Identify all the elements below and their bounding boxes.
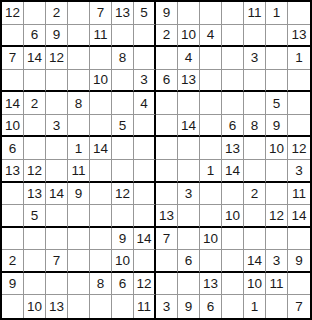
cell-r10c7[interactable] [134,205,156,228]
cell-r3c8[interactable] [156,47,178,70]
cell-r11c3[interactable] [46,228,68,251]
cell-r13c14[interactable] [288,273,310,296]
cell-r6c1[interactable]: 10 [2,115,24,138]
cell-r3c6[interactable]: 8 [112,47,134,70]
cell-r3c2[interactable]: 14 [24,47,46,70]
cell-r2c10[interactable]: 4 [200,25,222,48]
cell-r6c11[interactable]: 6 [222,115,244,138]
cell-r9c10[interactable] [200,183,222,206]
cell-r12c4[interactable] [68,250,90,273]
cell-r14c2[interactable]: 10 [24,295,46,318]
cell-r4c14[interactable] [288,70,310,93]
cell-r8c6[interactable] [112,160,134,183]
cell-r11c5[interactable] [90,228,112,251]
cell-r6c12[interactable]: 8 [244,115,266,138]
cell-r13c5[interactable]: 8 [90,273,112,296]
cell-r2c3[interactable]: 9 [46,25,68,48]
cell-r13c12[interactable]: 10 [244,273,266,296]
cell-r12c1[interactable]: 2 [2,250,24,273]
cell-r5c10[interactable] [200,92,222,115]
cell-r11c9[interactable] [178,228,200,251]
cell-r6c8[interactable] [156,115,178,138]
cell-r14c7[interactable]: 11 [134,295,156,318]
cell-r7c13[interactable]: 10 [266,137,288,160]
cell-r13c10[interactable]: 13 [200,273,222,296]
cell-r1c13[interactable]: 1 [266,2,288,25]
cell-r11c13[interactable] [266,228,288,251]
cell-r1c10[interactable] [200,2,222,25]
cell-r2c4[interactable] [68,25,90,48]
cell-r5c12[interactable] [244,92,266,115]
cell-r9c7[interactable] [134,183,156,206]
cell-r13c2[interactable] [24,273,46,296]
cell-r12c9[interactable]: 6 [178,250,200,273]
sudoku-board: 1227135911169112104137141284311036131428… [0,0,312,320]
cell-r6c13[interactable]: 9 [266,115,288,138]
cell-r10c2[interactable]: 5 [24,205,46,228]
cell-r5c2[interactable]: 2 [24,92,46,115]
cell-r3c11[interactable] [222,47,244,70]
cell-r1c6[interactable]: 13 [112,2,134,25]
cell-r7c2[interactable] [24,137,46,160]
cell-r2c2[interactable]: 6 [24,25,46,48]
cell-r2c11[interactable] [222,25,244,48]
cell-r4c10[interactable] [200,70,222,93]
cell-r3c5[interactable] [90,47,112,70]
cell-r2c12[interactable] [244,25,266,48]
cell-r6c10[interactable] [200,115,222,138]
cell-r14c5[interactable] [90,295,112,318]
cell-r6c3[interactable]: 3 [46,115,68,138]
cell-r6c5[interactable] [90,115,112,138]
cell-r14c11[interactable] [222,295,244,318]
cell-r12c2[interactable] [24,250,46,273]
cell-r1c11[interactable] [222,2,244,25]
cell-r14c10[interactable]: 6 [200,295,222,318]
cell-r4c7[interactable]: 3 [134,70,156,93]
cell-r7c3[interactable] [46,137,68,160]
cell-r10c6[interactable] [112,205,134,228]
cell-r7c9[interactable] [178,137,200,160]
cell-r2c9[interactable]: 10 [178,25,200,48]
cell-r13c1[interactable]: 9 [2,273,24,296]
cell-r3c9[interactable]: 4 [178,47,200,70]
cell-r7c5[interactable]: 14 [90,137,112,160]
cell-r11c2[interactable] [24,228,46,251]
cell-r8c1[interactable]: 13 [2,160,24,183]
cell-r6c2[interactable] [24,115,46,138]
cell-r7c6[interactable] [112,137,134,160]
cell-r10c9[interactable] [178,205,200,228]
cell-r8c11[interactable]: 14 [222,160,244,183]
cell-r7c14[interactable]: 12 [288,137,310,160]
cell-r1c9[interactable] [178,2,200,25]
cell-r4c8[interactable]: 6 [156,70,178,93]
cell-r4c9[interactable]: 13 [178,70,200,93]
cell-r4c5[interactable]: 10 [90,70,112,93]
cell-r11c11[interactable] [222,228,244,251]
cell-r9c12[interactable]: 2 [244,183,266,206]
cell-r14c8[interactable]: 3 [156,295,178,318]
cell-r12c12[interactable]: 14 [244,250,266,273]
cell-r5c8[interactable] [156,92,178,115]
cell-r5c4[interactable]: 8 [68,92,90,115]
cell-r14c14[interactable]: 7 [288,295,310,318]
cell-r10c5[interactable] [90,205,112,228]
cell-r8c10[interactable]: 1 [200,160,222,183]
cell-r9c4[interactable]: 9 [68,183,90,206]
cell-r6c7[interactable] [134,115,156,138]
cell-r2c8[interactable]: 2 [156,25,178,48]
cell-r2c1[interactable] [2,25,24,48]
cell-r11c7[interactable]: 14 [134,228,156,251]
cell-r8c13[interactable] [266,160,288,183]
cell-r3c7[interactable] [134,47,156,70]
cell-r8c3[interactable] [46,160,68,183]
cell-r6c4[interactable] [68,115,90,138]
cell-r14c3[interactable]: 13 [46,295,68,318]
cell-r1c12[interactable]: 11 [244,2,266,25]
cell-r3c13[interactable] [266,47,288,70]
cell-r4c3[interactable] [46,70,68,93]
cell-r2c14[interactable]: 13 [288,25,310,48]
cell-r4c6[interactable] [112,70,134,93]
cell-r14c13[interactable] [266,295,288,318]
cell-r12c8[interactable] [156,250,178,273]
cell-r4c1[interactable] [2,70,24,93]
cell-r5c7[interactable]: 4 [134,92,156,115]
cell-r1c7[interactable]: 5 [134,2,156,25]
cell-r8c14[interactable]: 3 [288,160,310,183]
cell-r5c5[interactable] [90,92,112,115]
cell-r14c1[interactable] [2,295,24,318]
cell-r6c9[interactable]: 14 [178,115,200,138]
cell-r13c8[interactable] [156,273,178,296]
cell-r12c6[interactable]: 10 [112,250,134,273]
cell-r12c10[interactable] [200,250,222,273]
cell-r2c6[interactable] [112,25,134,48]
cell-r10c3[interactable] [46,205,68,228]
cell-r12c13[interactable]: 3 [266,250,288,273]
cell-r9c13[interactable] [266,183,288,206]
cell-r7c11[interactable]: 13 [222,137,244,160]
cell-r14c9[interactable]: 9 [178,295,200,318]
cell-r7c8[interactable] [156,137,178,160]
cell-r2c5[interactable]: 11 [90,25,112,48]
cell-r1c4[interactable] [68,2,90,25]
cell-r8c7[interactable] [134,160,156,183]
cell-r5c11[interactable] [222,92,244,115]
cell-r8c2[interactable]: 12 [24,160,46,183]
cell-r9c3[interactable]: 14 [46,183,68,206]
cell-r4c11[interactable] [222,70,244,93]
cell-r5c3[interactable] [46,92,68,115]
cell-r9c14[interactable]: 11 [288,183,310,206]
cell-r9c8[interactable] [156,183,178,206]
cell-r1c14[interactable] [288,2,310,25]
cell-r10c12[interactable] [244,205,266,228]
cell-r12c3[interactable]: 7 [46,250,68,273]
cell-r13c9[interactable] [178,273,200,296]
cell-r6c14[interactable] [288,115,310,138]
cell-r9c2[interactable]: 13 [24,183,46,206]
cell-r1c1[interactable]: 12 [2,2,24,25]
cell-r8c5[interactable] [90,160,112,183]
cell-r4c13[interactable] [266,70,288,93]
cell-r10c11[interactable]: 10 [222,205,244,228]
cell-r10c1[interactable] [2,205,24,228]
cell-r6c6[interactable]: 5 [112,115,134,138]
cell-r11c8[interactable]: 7 [156,228,178,251]
cell-r5c6[interactable] [112,92,134,115]
cell-r5c9[interactable] [178,92,200,115]
cell-r7c4[interactable]: 1 [68,137,90,160]
cell-r14c6[interactable] [112,295,134,318]
cell-r14c4[interactable] [68,295,90,318]
cell-r10c13[interactable]: 12 [266,205,288,228]
cell-r4c4[interactable] [68,70,90,93]
cell-r10c10[interactable] [200,205,222,228]
cell-r7c1[interactable]: 6 [2,137,24,160]
cell-r3c4[interactable] [68,47,90,70]
cell-r11c6[interactable]: 9 [112,228,134,251]
cell-r7c10[interactable] [200,137,222,160]
cell-r1c5[interactable]: 7 [90,2,112,25]
cell-r2c7[interactable] [134,25,156,48]
cell-r4c12[interactable] [244,70,266,93]
cell-r9c11[interactable] [222,183,244,206]
cell-r9c9[interactable]: 3 [178,183,200,206]
cell-r12c5[interactable] [90,250,112,273]
cell-r1c3[interactable]: 2 [46,2,68,25]
cell-r13c3[interactable] [46,273,68,296]
cell-r12c14[interactable]: 9 [288,250,310,273]
cell-r11c4[interactable] [68,228,90,251]
cell-r5c1[interactable]: 14 [2,92,24,115]
cell-r1c8[interactable]: 9 [156,2,178,25]
cell-r5c14[interactable] [288,92,310,115]
cell-r8c4[interactable]: 11 [68,160,90,183]
cell-r13c13[interactable]: 11 [266,273,288,296]
cell-r4c2[interactable] [24,70,46,93]
cell-r3c3[interactable]: 12 [46,47,68,70]
cell-r8c8[interactable] [156,160,178,183]
cell-r7c12[interactable] [244,137,266,160]
cell-r8c12[interactable] [244,160,266,183]
cell-r13c4[interactable] [68,273,90,296]
cell-r5c13[interactable]: 5 [266,92,288,115]
cell-r9c5[interactable] [90,183,112,206]
cell-r14c12[interactable]: 1 [244,295,266,318]
cell-r13c11[interactable] [222,273,244,296]
cell-r3c1[interactable]: 7 [2,47,24,70]
cell-r10c14[interactable]: 14 [288,205,310,228]
cell-r11c12[interactable] [244,228,266,251]
cell-r11c14[interactable] [288,228,310,251]
cell-r12c11[interactable] [222,250,244,273]
cell-r9c6[interactable]: 12 [112,183,134,206]
cell-r2c13[interactable] [266,25,288,48]
cell-r7c7[interactable] [134,137,156,160]
cell-r11c1[interactable] [2,228,24,251]
cell-r3c12[interactable]: 3 [244,47,266,70]
cell-r3c14[interactable]: 1 [288,47,310,70]
cell-r11c10[interactable]: 10 [200,228,222,251]
cell-r3c10[interactable] [200,47,222,70]
cell-r9c1[interactable] [2,183,24,206]
cell-r13c6[interactable]: 6 [112,273,134,296]
cell-r13c7[interactable]: 12 [134,273,156,296]
cell-r1c2[interactable] [24,2,46,25]
cell-r12c7[interactable] [134,250,156,273]
cell-r8c9[interactable] [178,160,200,183]
cell-r10c4[interactable] [68,205,90,228]
cell-r10c8[interactable]: 13 [156,205,178,228]
